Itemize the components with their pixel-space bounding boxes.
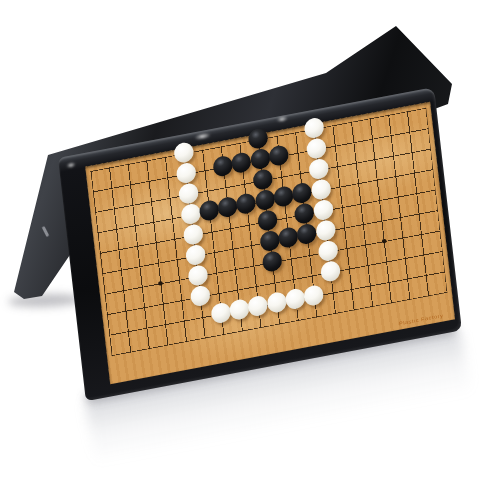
- star-point: [381, 239, 386, 244]
- white-stone: [266, 291, 288, 314]
- white-stone: [312, 198, 334, 221]
- black-stone: [259, 229, 281, 252]
- white-stone: [303, 117, 325, 140]
- black-stone: [212, 155, 234, 178]
- white-stone: [210, 301, 232, 324]
- black-stone: [268, 144, 290, 167]
- black-stone: [198, 199, 220, 222]
- black-stone: [217, 195, 239, 218]
- white-stone: [315, 219, 337, 242]
- white-stone: [305, 137, 327, 160]
- white-stone: [303, 284, 325, 307]
- black-stone: [261, 250, 283, 273]
- star-point: [158, 281, 163, 286]
- white-stone: [310, 178, 332, 201]
- black-stone: [277, 226, 299, 249]
- black-stone: [252, 168, 274, 191]
- black-stone: [231, 151, 253, 174]
- white-stone: [184, 243, 206, 266]
- clasp-slot: [42, 226, 50, 237]
- white-stone: [229, 298, 251, 321]
- board-grid: [90, 108, 447, 356]
- white-stone: [247, 294, 269, 317]
- hinge-glint: [194, 132, 211, 141]
- white-stone: [189, 284, 211, 307]
- black-stone: [296, 222, 318, 245]
- hinge-glint: [66, 162, 76, 169]
- black-stone: [247, 127, 269, 150]
- hinge-glint: [276, 116, 288, 123]
- black-stone: [294, 202, 316, 225]
- black-stone: [254, 188, 276, 211]
- black-stone: [236, 192, 258, 215]
- white-stone: [173, 141, 195, 164]
- white-stone: [187, 264, 209, 287]
- black-stone: [273, 185, 295, 208]
- white-stone: [177, 182, 199, 205]
- black-stone: [257, 209, 279, 232]
- black-stone: [249, 148, 271, 171]
- brand-stamp: Plastic Factory: [399, 313, 444, 326]
- white-stone: [182, 223, 204, 246]
- board-surface: Plastic Factory: [85, 102, 455, 385]
- white-stone: [308, 157, 330, 180]
- black-stone: [291, 181, 313, 204]
- white-stone: [317, 239, 339, 262]
- white-stone: [175, 162, 197, 185]
- product-photo-scene: Plastic Factory: [0, 0, 500, 500]
- white-stone: [180, 203, 202, 226]
- white-stone: [319, 260, 341, 283]
- white-stone: [285, 287, 307, 310]
